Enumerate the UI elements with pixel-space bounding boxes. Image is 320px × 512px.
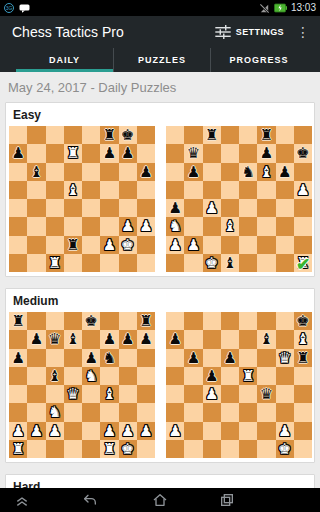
square: ♟ bbox=[166, 236, 184, 254]
square bbox=[221, 181, 239, 199]
square: ♟ bbox=[119, 217, 137, 235]
square bbox=[221, 440, 239, 458]
square: ♝ bbox=[221, 217, 239, 235]
collapse-icon[interactable] bbox=[14, 492, 30, 508]
black-pawn: ♟ bbox=[139, 163, 152, 181]
square: ♝ bbox=[64, 181, 82, 199]
square bbox=[27, 181, 45, 199]
square: ♟ bbox=[166, 330, 184, 348]
white-pawn: ♟ bbox=[30, 422, 43, 440]
square bbox=[203, 312, 221, 330]
square: ♛ bbox=[64, 385, 82, 403]
black-pawn: ♟ bbox=[103, 330, 116, 348]
square bbox=[100, 217, 118, 235]
square bbox=[137, 440, 155, 458]
white-bishop: ♝ bbox=[296, 330, 309, 348]
square bbox=[239, 440, 257, 458]
medium-section-card: Medium ♜♚♜♟♛♝♟♟♟♟♟♞♝♞♛♝♞♟♟♟♟♟♟♜♜♚ ♚♟♝♝♟♟… bbox=[5, 288, 315, 463]
square bbox=[184, 440, 202, 458]
square bbox=[166, 440, 184, 458]
black-knight: ♞ bbox=[241, 163, 254, 181]
tune-icon bbox=[215, 25, 231, 39]
overflow-menu-icon[interactable]: ⋮ bbox=[290, 23, 316, 41]
square bbox=[137, 126, 155, 144]
white-pawn: ♟ bbox=[48, 422, 61, 440]
section-label-hard: Hard bbox=[6, 475, 314, 488]
black-queen: ♛ bbox=[48, 330, 61, 348]
square bbox=[64, 254, 82, 272]
black-queen: ♛ bbox=[187, 144, 200, 162]
black-pawn: ♟ bbox=[30, 330, 43, 348]
black-king: ♚ bbox=[84, 312, 97, 330]
white-queen: ♛ bbox=[66, 385, 79, 403]
square bbox=[257, 403, 275, 421]
square bbox=[46, 126, 64, 144]
square bbox=[46, 144, 64, 162]
square: ♟ bbox=[276, 422, 294, 440]
white-rook: ♜ bbox=[48, 254, 61, 272]
square bbox=[257, 236, 275, 254]
square bbox=[119, 163, 137, 181]
square: ♜ bbox=[46, 254, 64, 272]
square bbox=[184, 181, 202, 199]
white-pawn: ♟ bbox=[187, 236, 200, 254]
square bbox=[64, 440, 82, 458]
data-circle-icon: 3G bbox=[4, 3, 14, 13]
square bbox=[27, 236, 45, 254]
square bbox=[221, 144, 239, 162]
square: ♚ bbox=[294, 144, 312, 162]
square: ♜ bbox=[9, 440, 27, 458]
square bbox=[239, 422, 257, 440]
square bbox=[276, 126, 294, 144]
square bbox=[27, 312, 45, 330]
white-bishop: ♝ bbox=[66, 181, 79, 199]
black-bishop: ♝ bbox=[223, 254, 236, 272]
square bbox=[221, 163, 239, 181]
square bbox=[203, 163, 221, 181]
square bbox=[100, 367, 118, 385]
square bbox=[46, 199, 64, 217]
square bbox=[239, 385, 257, 403]
square bbox=[203, 236, 221, 254]
square bbox=[239, 181, 257, 199]
square bbox=[82, 440, 100, 458]
square: ♟ bbox=[27, 422, 45, 440]
square bbox=[184, 254, 202, 272]
square bbox=[184, 199, 202, 217]
square bbox=[203, 217, 221, 235]
square bbox=[276, 367, 294, 385]
white-bishop: ♝ bbox=[103, 385, 116, 403]
square bbox=[46, 236, 64, 254]
battery-charging-icon bbox=[274, 3, 287, 13]
square bbox=[166, 349, 184, 367]
square bbox=[257, 422, 275, 440]
white-pawn: ♟ bbox=[139, 217, 152, 235]
square bbox=[82, 330, 100, 348]
square bbox=[9, 199, 27, 217]
white-king: ♚ bbox=[278, 440, 291, 458]
date-heading: May 24, 2017 - Daily Puzzles bbox=[5, 72, 315, 102]
square bbox=[276, 312, 294, 330]
square: ♟ bbox=[100, 236, 118, 254]
square bbox=[294, 422, 312, 440]
square bbox=[276, 181, 294, 199]
square bbox=[119, 367, 137, 385]
square bbox=[184, 217, 202, 235]
black-rook: ♜ bbox=[139, 312, 152, 330]
square bbox=[257, 367, 275, 385]
square bbox=[82, 181, 100, 199]
square bbox=[239, 254, 257, 272]
square bbox=[166, 163, 184, 181]
back-icon[interactable] bbox=[82, 492, 98, 508]
square: ♟ bbox=[100, 144, 118, 162]
square: ♜ bbox=[137, 312, 155, 330]
square bbox=[137, 144, 155, 162]
white-knight: ♞ bbox=[84, 367, 97, 385]
square bbox=[184, 403, 202, 421]
white-king: ♚ bbox=[205, 254, 218, 272]
recents-icon[interactable] bbox=[219, 492, 235, 508]
square bbox=[27, 385, 45, 403]
tab-progress[interactable]: PROGRESS bbox=[210, 48, 307, 72]
square: ♝ bbox=[100, 385, 118, 403]
puzzle-board-medium-2[interactable]: ♚♟♝♝♟♟♛♜♟♜♟♛♟♟♚ bbox=[166, 312, 312, 458]
black-queen: ♛ bbox=[260, 385, 273, 403]
square: ♝ bbox=[257, 330, 275, 348]
square bbox=[294, 367, 312, 385]
square: ♜ bbox=[64, 236, 82, 254]
square bbox=[82, 199, 100, 217]
square: ♟ bbox=[9, 349, 27, 367]
square bbox=[137, 254, 155, 272]
square: ♟ bbox=[294, 181, 312, 199]
puzzle-board-medium-1[interactable]: ♜♚♜♟♛♝♟♟♟♟♟♞♝♞♛♝♞♟♟♟♟♟♟♜♜♚ bbox=[9, 312, 155, 458]
square: ♛ bbox=[184, 144, 202, 162]
square bbox=[137, 367, 155, 385]
square: ♟ bbox=[184, 163, 202, 181]
square bbox=[64, 126, 82, 144]
square bbox=[221, 236, 239, 254]
square: ♟ bbox=[166, 199, 184, 217]
settings-button[interactable]: SETTINGS bbox=[209, 21, 290, 43]
square bbox=[9, 163, 27, 181]
black-rook: ♜ bbox=[11, 312, 24, 330]
square bbox=[203, 422, 221, 440]
medium-board-row: ♜♚♜♟♛♝♟♟♟♟♟♞♝♞♛♝♞♟♟♟♟♟♟♜♜♚ ♚♟♝♝♟♟♛♜♟♜♟♛♟… bbox=[6, 312, 314, 462]
black-king: ♚ bbox=[296, 312, 309, 330]
white-rook: ♜ bbox=[11, 440, 24, 458]
square: ♛ bbox=[276, 349, 294, 367]
square bbox=[239, 126, 257, 144]
easy-section-card: Easy ♜♚♟♜♟♟♝♟♝♟♟♜♟♚♜ ♜♜♛♟♚♟♞♝♟♟♟♟♞♝♟♟♚♝♜… bbox=[5, 102, 315, 277]
white-pawn: ♟ bbox=[205, 385, 218, 403]
black-bishop: ♝ bbox=[66, 330, 79, 348]
square bbox=[9, 254, 27, 272]
white-pawn: ♟ bbox=[103, 422, 116, 440]
square: ♞ bbox=[100, 349, 118, 367]
square bbox=[27, 349, 45, 367]
square: ♛ bbox=[257, 385, 275, 403]
clock: 13:03 bbox=[291, 0, 316, 16]
white-pawn: ♟ bbox=[121, 217, 134, 235]
white-king: ♚ bbox=[121, 236, 134, 254]
square bbox=[82, 217, 100, 235]
square bbox=[166, 367, 184, 385]
square: ♛ bbox=[46, 330, 64, 348]
puzzle-board-easy-1[interactable]: ♜♚♟♜♟♟♝♟♝♟♟♜♟♚♜ bbox=[9, 126, 155, 272]
square bbox=[294, 126, 312, 144]
puzzle-board-easy-2[interactable]: ♜♜♛♟♚♟♞♝♟♟♟♟♞♝♟♟♚♝♜✔ bbox=[166, 126, 312, 272]
square: ♟ bbox=[137, 422, 155, 440]
square: ♟ bbox=[27, 330, 45, 348]
square: ♚ bbox=[119, 236, 137, 254]
square bbox=[119, 312, 137, 330]
black-pawn: ♟ bbox=[11, 144, 24, 162]
black-rook: ♜ bbox=[103, 126, 116, 144]
square: ♞ bbox=[82, 367, 100, 385]
square: ♜ bbox=[100, 126, 118, 144]
square bbox=[64, 367, 82, 385]
tab-daily[interactable]: DAILY bbox=[16, 48, 113, 72]
square bbox=[137, 385, 155, 403]
square bbox=[100, 254, 118, 272]
square bbox=[46, 163, 64, 181]
square bbox=[239, 199, 257, 217]
square bbox=[203, 144, 221, 162]
square: ♝ bbox=[221, 254, 239, 272]
black-rook: ♜ bbox=[205, 126, 218, 144]
square: ♟ bbox=[221, 349, 239, 367]
square bbox=[276, 330, 294, 348]
square bbox=[239, 312, 257, 330]
black-pawn: ♟ bbox=[260, 144, 273, 162]
white-knight: ♞ bbox=[168, 217, 181, 235]
square bbox=[239, 144, 257, 162]
square bbox=[64, 163, 82, 181]
black-pawn: ♟ bbox=[121, 144, 134, 162]
square bbox=[27, 199, 45, 217]
square bbox=[166, 181, 184, 199]
black-pawn: ♟ bbox=[187, 163, 200, 181]
square bbox=[257, 217, 275, 235]
square: ♝ bbox=[257, 163, 275, 181]
square bbox=[239, 217, 257, 235]
white-pawn: ♟ bbox=[278, 422, 291, 440]
square bbox=[100, 403, 118, 421]
white-pawn: ♟ bbox=[103, 236, 116, 254]
easy-board-row: ♜♚♟♜♟♟♝♟♝♟♟♜♟♚♜ ♜♜♛♟♚♟♞♝♟♟♟♟♞♝♟♟♚♝♜✔ bbox=[6, 126, 314, 276]
square bbox=[184, 312, 202, 330]
square bbox=[119, 403, 137, 421]
black-pawn: ♟ bbox=[121, 330, 134, 348]
square bbox=[100, 181, 118, 199]
white-pawn: ♟ bbox=[11, 422, 24, 440]
white-pawn: ♟ bbox=[168, 236, 181, 254]
white-bishop: ♝ bbox=[223, 217, 236, 235]
square bbox=[276, 254, 294, 272]
square bbox=[166, 403, 184, 421]
square: ♚ bbox=[119, 126, 137, 144]
square: ♜ bbox=[257, 126, 275, 144]
square bbox=[239, 330, 257, 348]
square bbox=[27, 367, 45, 385]
square bbox=[46, 312, 64, 330]
square: ♚ bbox=[203, 254, 221, 272]
square: ♟ bbox=[46, 422, 64, 440]
square bbox=[9, 181, 27, 199]
black-pawn: ♟ bbox=[168, 330, 181, 348]
square bbox=[294, 217, 312, 235]
square bbox=[64, 199, 82, 217]
square bbox=[137, 236, 155, 254]
white-bishop: ♝ bbox=[260, 163, 273, 181]
square bbox=[82, 422, 100, 440]
square bbox=[239, 403, 257, 421]
no-signal-icon bbox=[259, 3, 270, 14]
black-pawn: ♟ bbox=[84, 349, 97, 367]
app-title: Chess Tactics Pro bbox=[12, 24, 209, 40]
square bbox=[82, 403, 100, 421]
square bbox=[221, 330, 239, 348]
white-knight: ♞ bbox=[48, 403, 61, 421]
black-knight: ♞ bbox=[103, 349, 116, 367]
black-rook: ♜ bbox=[66, 236, 79, 254]
content-area[interactable]: May 24, 2017 - Daily Puzzles Easy ♜♚♟♜♟♟… bbox=[0, 72, 320, 488]
white-rook: ♜ bbox=[66, 144, 79, 162]
square bbox=[276, 385, 294, 403]
square bbox=[166, 385, 184, 403]
square bbox=[184, 126, 202, 144]
square bbox=[294, 385, 312, 403]
solved-check-icon: ✔ bbox=[294, 255, 312, 273]
black-pawn: ♟ bbox=[103, 144, 116, 162]
square bbox=[294, 236, 312, 254]
black-pawn: ♟ bbox=[223, 349, 236, 367]
tab-puzzles[interactable]: PUZZLES bbox=[113, 48, 210, 72]
black-bishop: ♝ bbox=[48, 367, 61, 385]
square bbox=[119, 349, 137, 367]
square bbox=[46, 440, 64, 458]
square bbox=[203, 440, 221, 458]
square: ♚ bbox=[82, 312, 100, 330]
black-pawn: ♟ bbox=[11, 349, 24, 367]
square bbox=[203, 349, 221, 367]
square: ♟ bbox=[166, 422, 184, 440]
square bbox=[294, 199, 312, 217]
square bbox=[294, 403, 312, 421]
square bbox=[137, 403, 155, 421]
square: ♟ bbox=[184, 236, 202, 254]
home-icon[interactable] bbox=[152, 492, 168, 508]
square bbox=[221, 367, 239, 385]
white-pawn: ♟ bbox=[296, 181, 309, 199]
square bbox=[46, 385, 64, 403]
square bbox=[27, 254, 45, 272]
square: ♝ bbox=[27, 163, 45, 181]
square bbox=[46, 217, 64, 235]
square bbox=[9, 126, 27, 144]
square bbox=[64, 312, 82, 330]
square bbox=[166, 126, 184, 144]
square bbox=[221, 199, 239, 217]
square bbox=[276, 144, 294, 162]
black-king: ♚ bbox=[121, 126, 134, 144]
square: ♟ bbox=[137, 330, 155, 348]
square: ♜ bbox=[239, 367, 257, 385]
tab-bar: DAILY PUZZLES PROGRESS bbox=[0, 48, 320, 72]
square: ♜ bbox=[9, 312, 27, 330]
settings-label: SETTINGS bbox=[236, 27, 284, 37]
square: ♟ bbox=[137, 163, 155, 181]
square bbox=[64, 422, 82, 440]
square bbox=[64, 349, 82, 367]
square: ♟ bbox=[119, 330, 137, 348]
square bbox=[100, 199, 118, 217]
app-bar: Chess Tactics Pro SETTINGS ⋮ bbox=[0, 16, 320, 48]
square bbox=[221, 126, 239, 144]
status-bar: 3G 13:03 bbox=[0, 0, 320, 16]
square: ♟ bbox=[257, 144, 275, 162]
square bbox=[82, 236, 100, 254]
square bbox=[9, 330, 27, 348]
black-bishop: ♝ bbox=[30, 163, 43, 181]
square bbox=[184, 385, 202, 403]
square bbox=[27, 144, 45, 162]
square bbox=[27, 217, 45, 235]
square bbox=[119, 385, 137, 403]
square bbox=[46, 349, 64, 367]
white-pawn: ♟ bbox=[205, 199, 218, 217]
square bbox=[221, 403, 239, 421]
black-pawn: ♟ bbox=[187, 349, 200, 367]
navigation-bar bbox=[0, 488, 320, 512]
square bbox=[119, 254, 137, 272]
white-pawn: ♟ bbox=[121, 422, 134, 440]
square: ♟ bbox=[203, 367, 221, 385]
square bbox=[119, 199, 137, 217]
square: ♟ bbox=[137, 217, 155, 235]
square bbox=[27, 440, 45, 458]
square bbox=[257, 349, 275, 367]
black-king: ♚ bbox=[296, 144, 309, 162]
square bbox=[276, 199, 294, 217]
square bbox=[9, 403, 27, 421]
square: ♝ bbox=[46, 367, 64, 385]
square bbox=[257, 440, 275, 458]
white-queen: ♛ bbox=[278, 349, 291, 367]
square bbox=[257, 254, 275, 272]
square bbox=[137, 349, 155, 367]
black-pawn: ♟ bbox=[205, 367, 218, 385]
square bbox=[276, 236, 294, 254]
section-label-medium: Medium bbox=[6, 289, 314, 312]
black-pawn: ♟ bbox=[278, 163, 291, 181]
square bbox=[294, 163, 312, 181]
square bbox=[9, 367, 27, 385]
square bbox=[82, 254, 100, 272]
square bbox=[100, 163, 118, 181]
square: ♟ bbox=[9, 422, 27, 440]
square bbox=[257, 181, 275, 199]
square: ♚ bbox=[119, 440, 137, 458]
square bbox=[27, 403, 45, 421]
white-pawn: ♟ bbox=[168, 422, 181, 440]
square bbox=[184, 422, 202, 440]
square bbox=[64, 403, 82, 421]
